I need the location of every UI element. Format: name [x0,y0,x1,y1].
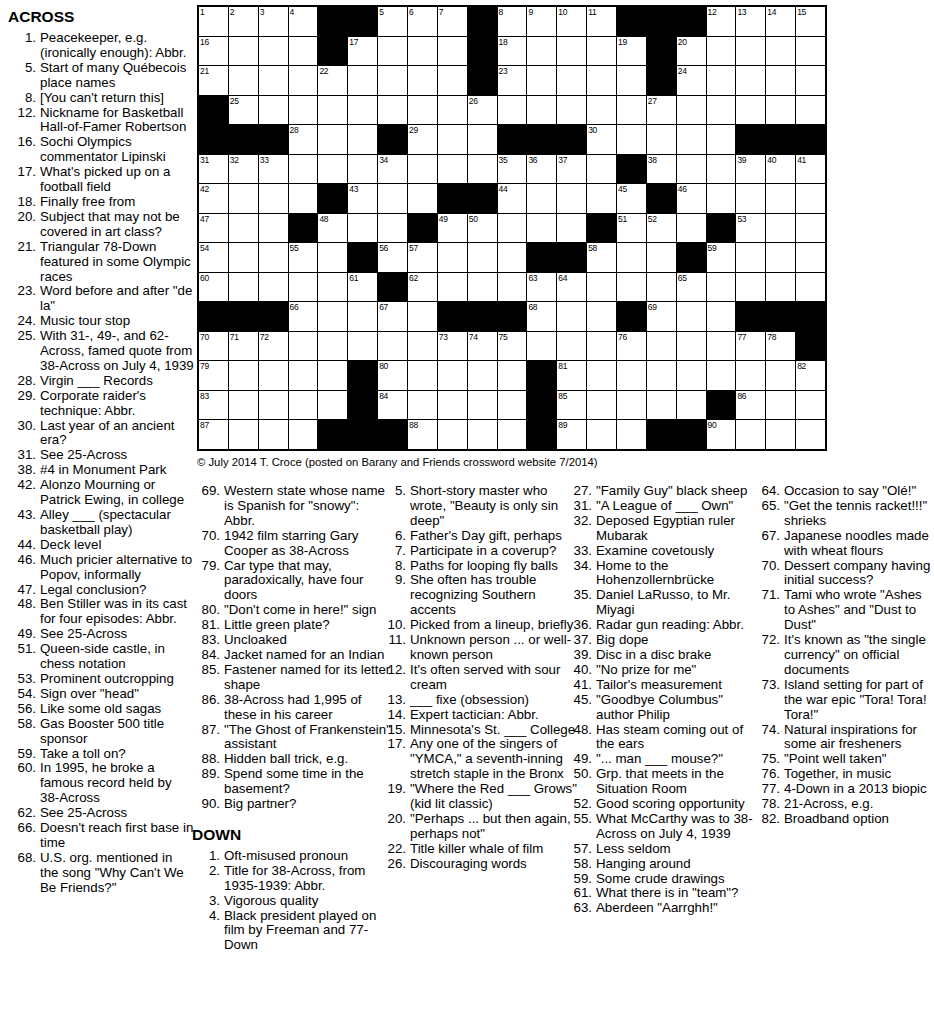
grid-cell[interactable]: 57 [408,243,437,272]
grid-cell[interactable] [468,273,497,302]
grid-cell[interactable]: 15 [796,7,825,36]
grid-cell[interactable] [259,37,288,66]
grid-cell[interactable]: 60 [199,273,228,302]
grid-cell[interactable]: 46 [677,184,706,213]
grid-cell[interactable] [348,332,377,361]
across-clue-54: 54.Sign over "head" [8,687,194,702]
grid-cell[interactable] [408,302,437,331]
across-clue-1: 1.Peacekeeper, e.g. (ironically enough):… [8,31,194,61]
grid-cell[interactable]: 45 [617,184,646,213]
grid-cell[interactable] [408,361,437,390]
grid-cell[interactable] [796,391,825,420]
grid-cell[interactable]: 85 [557,391,586,420]
grid-cell[interactable]: 81 [557,361,586,390]
grid-cell[interactable]: 65 [677,273,706,302]
grid-cell[interactable] [438,125,467,154]
grid-cell[interactable] [318,96,347,125]
grid-cell[interactable] [318,332,347,361]
grid-cell[interactable] [318,125,347,154]
grid-cell[interactable] [348,66,377,95]
grid-cell[interactable] [378,184,407,213]
grid-cell[interactable] [796,214,825,243]
grid-cell-black [378,420,407,449]
grid-cell[interactable] [557,96,586,125]
grid-cell[interactable]: 28 [289,125,318,154]
grid-cell[interactable] [259,273,288,302]
grid-cell[interactable] [587,420,616,449]
across-clue-29: 29.Corporate raider's technique: Abbr. [8,389,194,419]
grid-cell[interactable]: 78 [766,332,795,361]
grid-cell[interactable] [736,361,765,390]
grid-cell[interactable] [438,361,467,390]
grid-cell[interactable] [587,273,616,302]
grid-cell[interactable] [766,243,795,272]
grid-cell[interactable]: 47 [199,214,228,243]
grid-cell[interactable]: 7 [438,7,467,36]
grid-cell[interactable] [259,96,288,125]
grid-cell[interactable]: 66 [289,302,318,331]
clue-number: 58. [564,857,596,872]
grid-cell[interactable] [259,184,288,213]
grid-cell[interactable] [348,214,377,243]
grid-cell[interactable]: 36 [527,155,556,184]
grid-cell[interactable]: 27 [647,96,676,125]
grid-cell[interactable] [557,302,586,331]
grid-cell[interactable]: 17 [348,37,377,66]
grid-cell[interactable]: 67 [378,302,407,331]
clue-text: ___ fixe (obsession) [410,693,580,708]
grid-cell[interactable] [259,361,288,390]
grid-cell[interactable] [498,420,527,449]
grid-cell[interactable]: 72 [259,332,288,361]
grid-cell[interactable] [468,361,497,390]
clue-text: Less seldom [596,842,764,857]
clue-number: 77. [752,782,784,797]
grid-cell[interactable]: 1 [199,7,228,36]
grid-cell[interactable]: 84 [378,391,407,420]
grid-cell[interactable] [647,361,676,390]
grid-cell[interactable]: 33 [259,155,288,184]
grid-cell[interactable]: 63 [527,273,556,302]
grid-cell[interactable] [736,184,765,213]
grid-cell[interactable]: 26 [468,96,497,125]
grid-cell[interactable] [468,155,497,184]
grid-cell-black [557,125,586,154]
grid-cell[interactable] [438,37,467,66]
grid-cell[interactable] [796,96,825,125]
grid-cell[interactable] [378,332,407,361]
cell-number: 51 [618,214,627,224]
grid-cell[interactable]: 14 [766,7,795,36]
clue-number: 75. [752,752,784,767]
grid-cell[interactable]: 3 [259,7,288,36]
grid-cell[interactable] [229,243,258,272]
grid-cell[interactable] [498,243,527,272]
grid-cell[interactable]: 52 [647,214,676,243]
grid-cell[interactable] [229,420,258,449]
grid-cell-black [348,391,377,420]
grid-cell[interactable] [498,391,527,420]
cell-number: 25 [230,96,239,106]
grid-cell[interactable] [736,37,765,66]
grid-cell[interactable] [318,302,347,331]
grid-cell[interactable] [527,37,556,66]
grid-cell[interactable] [229,37,258,66]
grid-cell[interactable] [378,37,407,66]
grid-cell[interactable] [617,420,646,449]
grid-cell[interactable] [707,66,736,95]
grid-cell[interactable]: 10 [557,7,586,36]
grid-cell[interactable] [289,96,318,125]
grid-cell[interactable]: 18 [498,37,527,66]
cell-number: 52 [648,214,657,224]
grid-cell[interactable] [498,96,527,125]
grid-cell[interactable] [229,66,258,95]
grid-cell[interactable] [796,184,825,213]
grid-cell[interactable] [677,125,706,154]
grid-cell[interactable] [736,96,765,125]
grid-cell[interactable] [259,66,288,95]
grid-cell[interactable] [557,66,586,95]
grid-cell[interactable] [587,391,616,420]
grid-cell[interactable]: 11 [587,7,616,36]
grid-cell[interactable] [707,302,736,331]
grid-cell[interactable] [289,37,318,66]
grid-cell[interactable]: 12 [707,7,736,36]
grid-cell[interactable] [587,96,616,125]
grid-cell[interactable]: 89 [557,420,586,449]
grid-cell[interactable] [796,66,825,95]
grid-cell[interactable]: 64 [557,273,586,302]
grid-cell[interactable] [318,361,347,390]
grid-cell[interactable] [736,243,765,272]
grid-cell[interactable] [707,184,736,213]
grid-cell[interactable] [438,420,467,449]
grid-cell[interactable] [468,420,497,449]
grid-cell[interactable] [259,214,288,243]
grid-cell[interactable] [677,155,706,184]
grid-cell[interactable] [766,96,795,125]
grid-cell[interactable] [498,361,527,390]
grid-cell[interactable]: 25 [229,96,258,125]
grid-cell[interactable] [707,361,736,390]
grid-cell[interactable]: 53 [736,214,765,243]
grid-cell[interactable]: 48 [318,214,347,243]
grid-cell[interactable]: 2 [229,7,258,36]
grid-cell[interactable] [587,155,616,184]
grid-cell[interactable] [707,273,736,302]
grid-cell[interactable] [617,66,646,95]
grid-cell[interactable] [796,37,825,66]
grid-cell[interactable]: 83 [199,391,228,420]
grid-cell[interactable] [617,273,646,302]
grid-cell[interactable] [707,155,736,184]
grid-cell[interactable]: 68 [527,302,556,331]
grid-cell[interactable] [289,420,318,449]
across-clue-90: 90.Big partner? [192,797,391,812]
grid-cell[interactable]: 5 [378,7,407,36]
grid-cell[interactable]: 43 [348,184,377,213]
grid-cell[interactable] [408,66,437,95]
grid-cell[interactable] [259,391,288,420]
grid-cell[interactable]: 70 [199,332,228,361]
grid-cell[interactable] [557,332,586,361]
grid-cell-black [796,332,825,361]
grid-cell[interactable] [408,184,437,213]
clue-number: 79. [192,559,224,604]
grid-cell[interactable] [736,420,765,449]
grid-cell[interactable]: 42 [199,184,228,213]
grid-cell[interactable] [318,273,347,302]
clue-text: Sign over "head" [40,687,194,702]
grid-cell[interactable]: 22 [318,66,347,95]
grid-cell[interactable] [259,243,288,272]
grid-cell[interactable] [438,273,467,302]
grid-cell[interactable] [587,332,616,361]
clue-text: Tailor's measurement [596,678,764,693]
grid-cell[interactable]: 24 [677,66,706,95]
grid-cell[interactable] [677,302,706,331]
grid-cell[interactable]: 58 [587,243,616,272]
clue-text: Uncloaked [224,633,391,648]
grid-cell[interactable]: 90 [707,420,736,449]
grid-cell[interactable]: 21 [199,66,228,95]
grid-cell[interactable]: 37 [557,155,586,184]
grid-cell[interactable] [438,243,467,272]
grid-cell[interactable]: 77 [736,332,765,361]
grid-cell[interactable] [677,96,706,125]
grid-cell[interactable]: 54 [199,243,228,272]
grid-cell[interactable] [378,66,407,95]
grid-cell[interactable] [736,66,765,95]
grid-cell[interactable]: 79 [199,361,228,390]
clue-text: Dessert company having initial success? [784,559,934,589]
grid-cell[interactable] [766,184,795,213]
grid-cell[interactable]: 75 [498,332,527,361]
grid-cell[interactable] [796,420,825,449]
grid-cell[interactable] [348,155,377,184]
clue-text: "Goodbye Columbus" author Philip [596,693,764,723]
grid-cell[interactable] [229,273,258,302]
clue-number: 27. [564,484,596,499]
grid-cell[interactable] [736,273,765,302]
grid-cell[interactable]: 41 [796,155,825,184]
grid-cell[interactable] [229,361,258,390]
grid-cell[interactable] [617,96,646,125]
grid-cell[interactable] [438,391,467,420]
clue-number: 59. [8,747,40,762]
grid-cell[interactable] [617,361,646,390]
cell-number: 9 [528,7,532,17]
grid-cell[interactable] [229,184,258,213]
grid-cell[interactable] [647,125,676,154]
grid-cell[interactable] [527,214,556,243]
grid-cell[interactable] [766,66,795,95]
grid-cell[interactable] [318,243,347,272]
grid-cell-black [527,420,556,449]
grid-cell[interactable] [617,125,646,154]
grid-cell[interactable] [557,184,586,213]
grid-cell[interactable]: 88 [408,420,437,449]
cell-number: 68 [528,302,537,312]
grid-cell[interactable]: 23 [498,66,527,95]
grid-cell[interactable] [587,302,616,331]
grid-cell[interactable] [438,155,467,184]
grid-cell[interactable] [707,96,736,125]
grid-cell[interactable] [587,184,616,213]
grid-cell[interactable]: 35 [498,155,527,184]
grid-cell[interactable] [289,184,318,213]
grid-cell[interactable]: 20 [677,37,706,66]
across-clue-column: ACROSS 1.Peacekeeper, e.g. (ironically e… [8,8,194,896]
grid-cell[interactable]: 38 [647,155,676,184]
grid-cell[interactable] [408,37,437,66]
grid-cell[interactable] [289,273,318,302]
grid-cell[interactable] [498,214,527,243]
grid-cell[interactable] [587,361,616,390]
grid-cell[interactable]: 69 [647,302,676,331]
grid-cell[interactable] [707,332,736,361]
clue-number: 17. [8,165,40,195]
grid-cell[interactable]: 8 [498,7,527,36]
grid-cell[interactable] [468,391,497,420]
clue-text: Natural inspirations for some air freshe… [784,723,934,753]
grid-cell[interactable] [557,37,586,66]
grid-cell[interactable]: 30 [587,125,616,154]
grid-cell[interactable]: 29 [408,125,437,154]
grid-cell[interactable] [289,332,318,361]
grid-cell[interactable] [647,391,676,420]
clue-text: Short-story master who wrote, "Beauty is… [410,484,580,529]
grid-cell-black [408,214,437,243]
grid-cell[interactable] [587,37,616,66]
grid-cell[interactable] [617,243,646,272]
grid-cell[interactable] [707,37,736,66]
grid-cell[interactable] [408,155,437,184]
grid-cell[interactable] [438,96,467,125]
grid-cell[interactable]: 86 [736,391,765,420]
cell-number: 83 [200,391,209,401]
grid-cell[interactable]: 73 [438,332,467,361]
grid-cell[interactable] [647,243,676,272]
grid-cell[interactable] [707,125,736,154]
clue-number: 1. [8,31,40,61]
grid-cell[interactable] [408,332,437,361]
grid-cell[interactable] [289,155,318,184]
grid-cell[interactable] [587,66,616,95]
grid-cell[interactable]: 19 [617,37,646,66]
grid-cell[interactable] [378,96,407,125]
grid-cell[interactable] [527,332,556,361]
grid-cell[interactable]: 44 [498,184,527,213]
grid-cell[interactable] [289,361,318,390]
grid-cell[interactable]: 59 [707,243,736,272]
grid-cell[interactable] [647,273,676,302]
grid-cell[interactable]: 13 [736,7,765,36]
grid-cell[interactable]: 4 [289,7,318,36]
grid-cell[interactable] [557,214,586,243]
grid-cell[interactable]: 49 [438,214,467,243]
grid-cell[interactable] [527,184,556,213]
grid-cell[interactable]: 87 [199,420,228,449]
grid-cell[interactable]: 82 [796,361,825,390]
grid-cell[interactable] [766,273,795,302]
grid-cell[interactable]: 40 [766,155,795,184]
grid-cell[interactable]: 34 [378,155,407,184]
grid-cell[interactable] [289,391,318,420]
grid-cell[interactable] [468,243,497,272]
grid-cell-black [259,125,288,154]
grid-cell[interactable] [498,273,527,302]
grid-cell[interactable] [348,125,377,154]
grid-cell[interactable] [468,125,497,154]
grid-cell[interactable]: 16 [199,37,228,66]
grid-cell[interactable] [647,332,676,361]
grid-cell[interactable] [408,96,437,125]
crossword-grid[interactable]: 1234567891011121314151617181920212223242… [197,5,827,451]
grid-cell[interactable]: 74 [468,332,497,361]
grid-cell[interactable] [677,391,706,420]
grid-cell[interactable]: 61 [348,273,377,302]
grid-cell[interactable] [378,214,407,243]
grid-cell[interactable]: 80 [378,361,407,390]
grid-cell[interactable]: 50 [468,214,497,243]
clue-number: 83. [192,633,224,648]
grid-cell[interactable]: 9 [527,7,556,36]
grid-cell[interactable] [796,243,825,272]
grid-cell[interactable]: 56 [378,243,407,272]
grid-cell[interactable] [766,391,795,420]
grid-cell[interactable] [408,391,437,420]
grid-cell[interactable]: 62 [408,273,437,302]
grid-cell[interactable] [766,361,795,390]
grid-cell[interactable]: 55 [289,243,318,272]
grid-cell[interactable] [438,66,467,95]
grid-cell[interactable] [527,66,556,95]
grid-cell[interactable] [796,273,825,302]
grid-cell[interactable] [527,96,556,125]
grid-cell[interactable]: 31 [199,155,228,184]
grid-cell[interactable] [229,214,258,243]
clue-number: 42. [8,478,40,508]
grid-cell[interactable] [318,391,347,420]
grid-cell[interactable] [259,420,288,449]
grid-cell[interactable]: 39 [736,155,765,184]
grid-cell[interactable] [766,420,795,449]
grid-cell[interactable] [348,96,377,125]
grid-cell[interactable] [617,391,646,420]
grid-cell[interactable] [289,66,318,95]
grid-cell[interactable] [677,214,706,243]
grid-cell[interactable]: 6 [408,7,437,36]
grid-cell[interactable]: 51 [617,214,646,243]
grid-cell[interactable] [677,361,706,390]
across-clue-8: 8.[You can't return this] [8,91,194,106]
grid-cell[interactable] [766,37,795,66]
clue-text: Title killer whale of film [410,842,580,857]
across-clue-80: 80."Don't come in here!" sign [192,603,391,618]
grid-cell[interactable]: 76 [617,332,646,361]
grid-cell[interactable] [229,391,258,420]
cell-number: 88 [409,420,418,430]
grid-cell[interactable] [318,155,347,184]
grid-cell[interactable] [348,302,377,331]
grid-cell[interactable]: 71 [229,332,258,361]
grid-cell[interactable] [677,332,706,361]
grid-cell[interactable] [766,214,795,243]
clue-text: Tami who wrote "Ashes to Ashes" and "Dus… [784,588,934,633]
grid-cell[interactable]: 32 [229,155,258,184]
